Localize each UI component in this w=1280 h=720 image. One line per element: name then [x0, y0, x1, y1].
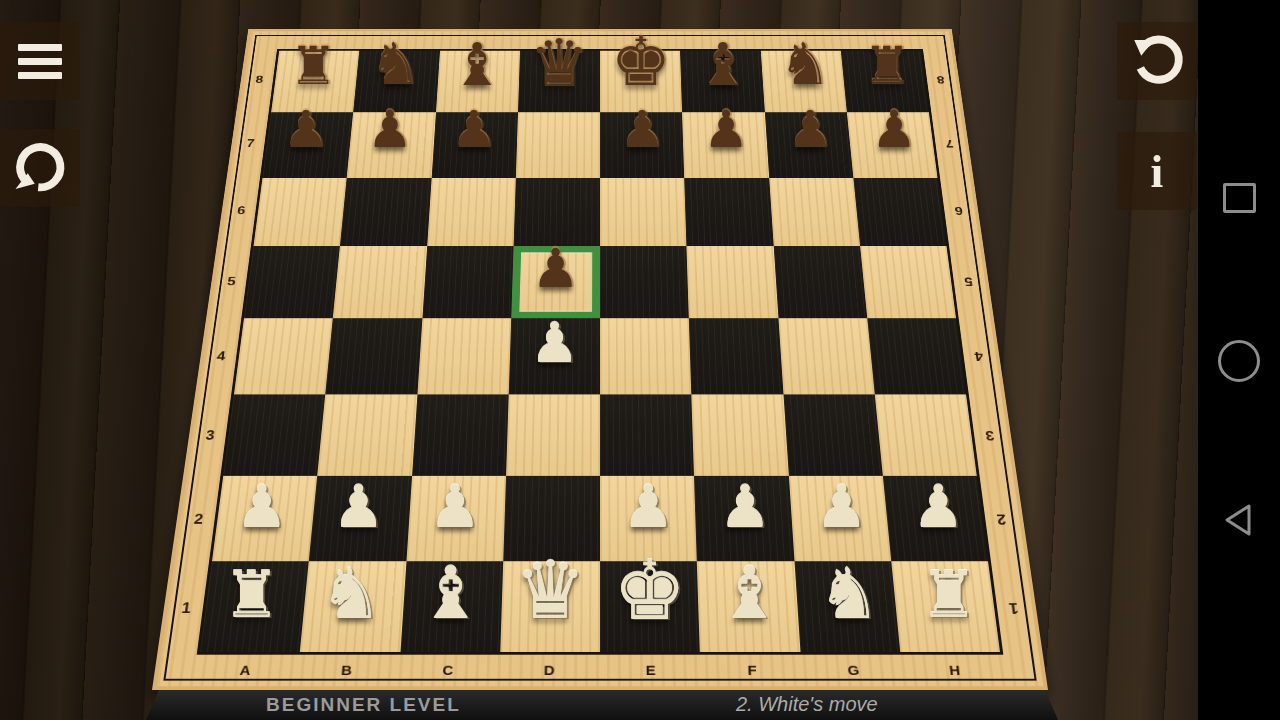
back-triangle-icon: [1217, 498, 1261, 542]
android-nav-bar: [1198, 0, 1280, 720]
hamburger-icon: [18, 44, 62, 79]
piece-black-pawn-a7[interactable]: ♟: [283, 105, 329, 156]
square-e5[interactable]: [600, 246, 689, 318]
file-label-d: D: [498, 657, 600, 682]
square-a4[interactable]: [234, 318, 333, 394]
piece-white-pawn-f2[interactable]: ♟: [719, 478, 772, 537]
square-a3[interactable]: [223, 395, 325, 476]
recents-square-icon: [1223, 183, 1256, 213]
piece-black-knight-b8[interactable]: ♞: [369, 36, 421, 94]
piece-black-pawn-d5[interactable]: ♟: [532, 242, 580, 296]
rotate-icon: [12, 140, 68, 196]
file-label-h: H: [903, 657, 1007, 682]
piece-black-bishop-f8[interactable]: ♝: [696, 35, 749, 94]
piece-white-pawn-e2[interactable]: ♟: [622, 478, 675, 537]
info-button[interactable]: i: [1117, 132, 1197, 210]
piece-black-pawn-f7[interactable]: ♟: [703, 105, 749, 156]
file-label-g: G: [802, 657, 905, 682]
piece-black-pawn-b7[interactable]: ♟: [367, 105, 413, 156]
square-g6[interactable]: [769, 177, 860, 246]
square-b3[interactable]: [317, 395, 417, 476]
square-f3[interactable]: [692, 395, 789, 476]
piece-white-pawn-b2[interactable]: ♟: [332, 478, 385, 537]
android-recents-button[interactable]: [1198, 158, 1280, 238]
square-b6[interactable]: [340, 177, 431, 246]
square-b5[interactable]: [333, 246, 427, 318]
square-a5[interactable]: [244, 246, 340, 318]
square-c6[interactable]: [427, 177, 516, 246]
undo-button[interactable]: [1117, 22, 1197, 100]
file-label-f: F: [701, 657, 804, 682]
square-f4[interactable]: [689, 318, 783, 394]
piece-black-pawn-c7[interactable]: ♟: [451, 105, 497, 156]
file-label-c: C: [396, 657, 499, 682]
home-circle-icon: [1218, 340, 1260, 382]
square-d6[interactable]: [513, 177, 600, 246]
rotate-board-button[interactable]: [0, 129, 80, 207]
square-h5[interactable]: [860, 246, 956, 318]
menu-button[interactable]: [0, 22, 80, 100]
file-label-e: E: [600, 657, 702, 682]
square-h3[interactable]: [875, 395, 977, 476]
square-c5[interactable]: [422, 246, 513, 318]
square-e3[interactable]: [600, 395, 694, 476]
square-a6[interactable]: [253, 177, 346, 246]
square-h6[interactable]: [853, 177, 946, 246]
piece-white-king-e1[interactable]: ♚: [613, 550, 686, 632]
square-e6[interactable]: [600, 177, 687, 246]
piece-white-queen-d1[interactable]: ♛: [514, 551, 586, 631]
file-label-a: A: [193, 657, 297, 682]
square-g5[interactable]: [773, 246, 867, 318]
square-h4[interactable]: [867, 318, 966, 394]
piece-white-pawn-c2[interactable]: ♟: [429, 478, 482, 537]
piece-black-king-e8[interactable]: ♚: [611, 29, 671, 96]
piece-white-pawn-a2[interactable]: ♟: [236, 478, 289, 537]
piece-white-knight-g1[interactable]: ♞: [818, 559, 881, 629]
board-scene: 87654321 87654321 ABCDEFGH BEGINNER LEVE…: [0, 0, 1280, 720]
piece-white-pawn-g2[interactable]: ♟: [815, 478, 868, 537]
move-turn-label: 2. White's move: [736, 693, 878, 716]
piece-black-bishop-c8[interactable]: ♝: [451, 35, 504, 94]
piece-white-bishop-c1[interactable]: ♝: [418, 557, 483, 629]
piece-black-rook-h8[interactable]: ♜: [863, 40, 910, 93]
square-f6[interactable]: [684, 177, 773, 246]
square-c4[interactable]: [417, 318, 511, 394]
piece-white-rook-a1[interactable]: ♜: [223, 563, 281, 627]
piece-black-pawn-e7[interactable]: ♟: [619, 105, 665, 156]
piece-black-pawn-g7[interactable]: ♟: [787, 105, 833, 156]
piece-white-pawn-d4[interactable]: ♟: [530, 316, 580, 371]
square-d3[interactable]: [506, 395, 600, 476]
android-home-button[interactable]: [1198, 321, 1280, 401]
square-b4[interactable]: [325, 318, 422, 394]
android-back-button[interactable]: [1198, 480, 1280, 560]
piece-white-bishop-f1[interactable]: ♝: [717, 557, 782, 629]
piece-white-knight-b1[interactable]: ♞: [320, 559, 383, 629]
piece-black-queen-d8[interactable]: ♛: [530, 31, 589, 97]
square-c3[interactable]: [412, 395, 509, 476]
square-g3[interactable]: [783, 395, 883, 476]
piece-white-rook-h1[interactable]: ♜: [920, 563, 978, 627]
square-e4[interactable]: [600, 318, 692, 394]
square-d7[interactable]: [516, 112, 600, 177]
piece-white-pawn-h2[interactable]: ♟: [912, 478, 965, 537]
piece-black-knight-g8[interactable]: ♞: [779, 36, 831, 94]
board-front-face: BEGINNER LEVEL 2. White's move: [146, 690, 1058, 720]
square-f5[interactable]: [687, 246, 778, 318]
undo-icon: [1129, 33, 1185, 89]
square-g4[interactable]: [778, 318, 875, 394]
piece-black-rook-a8[interactable]: ♜: [290, 40, 337, 93]
file-labels-bottom: ABCDEFGH: [193, 657, 1007, 682]
app-screen: 87654321 87654321 ABCDEFGH BEGINNER LEVE…: [0, 0, 1280, 720]
difficulty-level-label: BEGINNER LEVEL: [266, 694, 461, 716]
piece-black-pawn-h7[interactable]: ♟: [871, 105, 917, 156]
file-label-b: B: [295, 657, 398, 682]
info-icon: i: [1151, 145, 1164, 198]
